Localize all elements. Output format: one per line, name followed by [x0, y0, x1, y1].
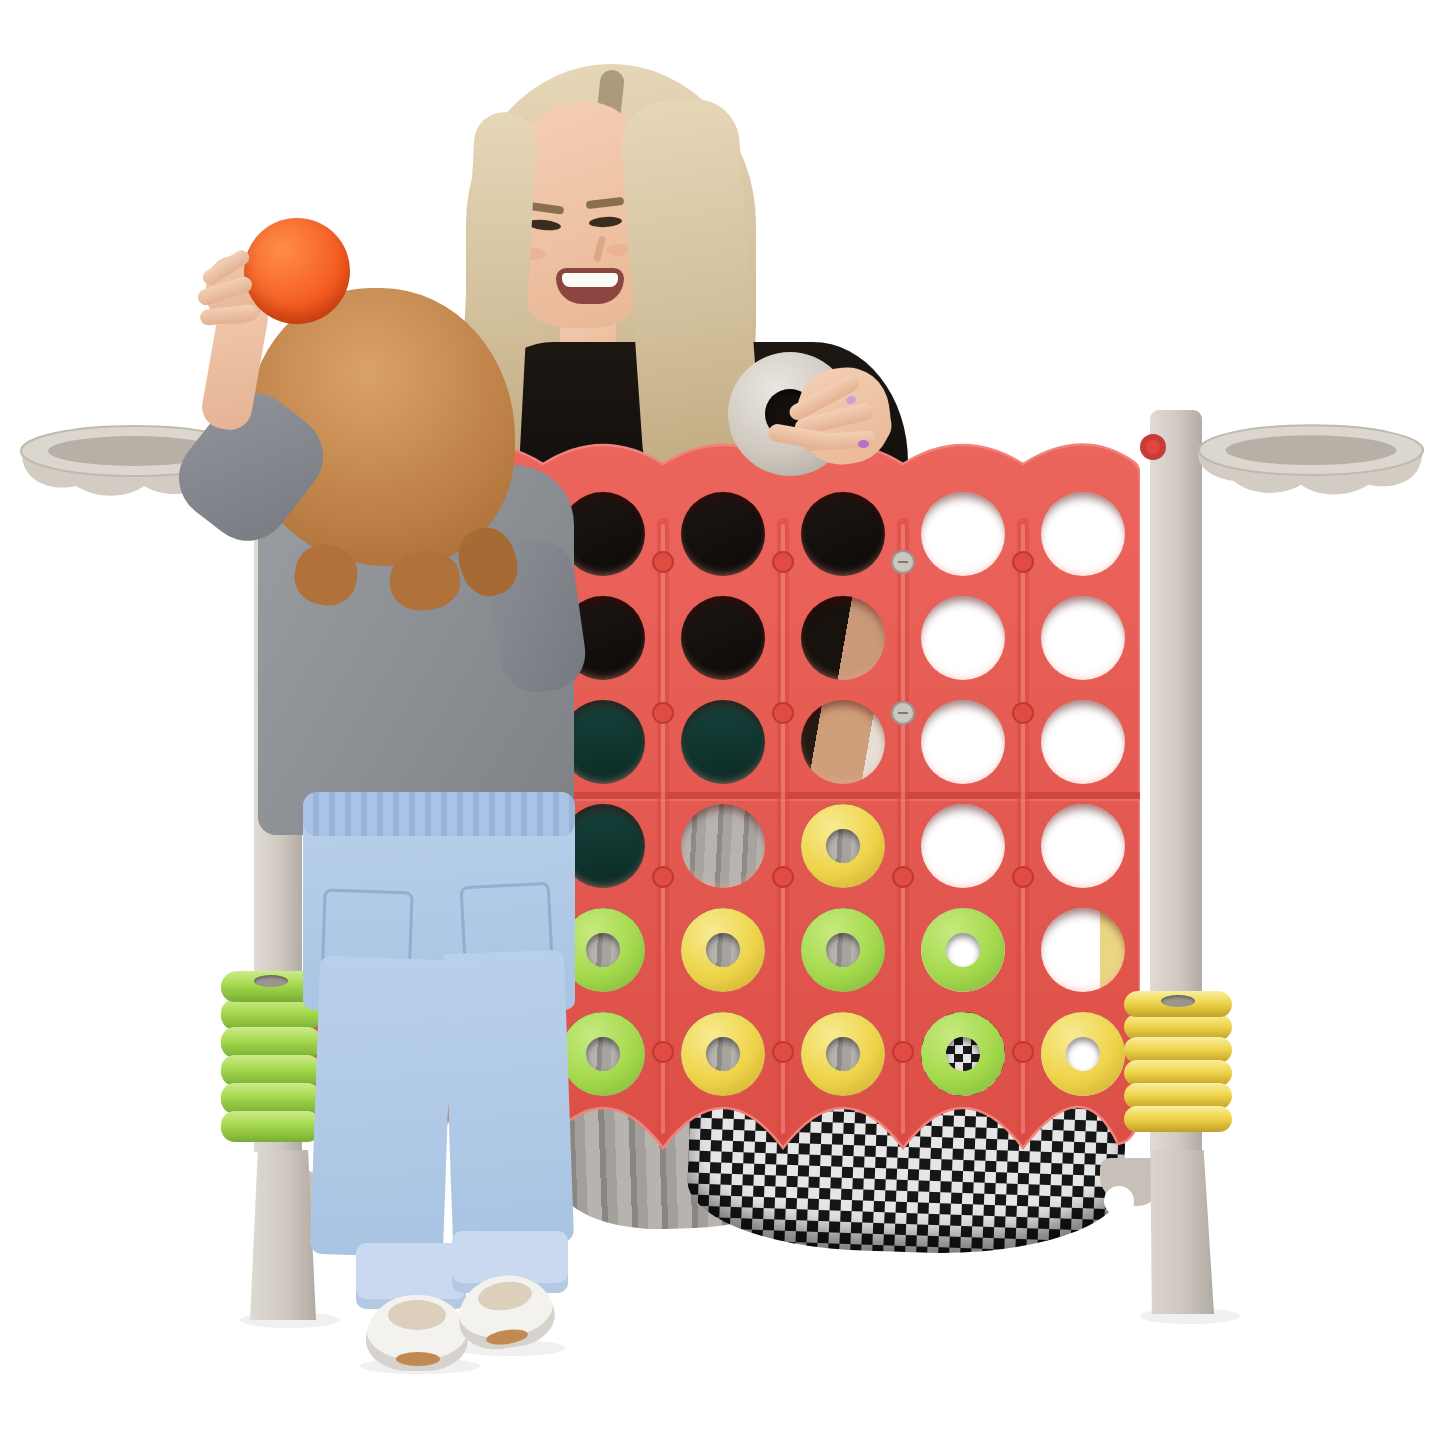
hole	[681, 1012, 765, 1096]
hole	[1041, 700, 1125, 784]
board-cell-r4c4	[663, 794, 783, 898]
hole	[801, 700, 885, 784]
hole	[801, 804, 885, 888]
hole	[1041, 804, 1125, 888]
tray-bowl	[1226, 435, 1397, 465]
ring-hole	[826, 1037, 860, 1071]
stacked-green-ring	[221, 1055, 321, 1086]
board-cell-r6c6	[903, 1002, 1023, 1106]
ring-hole	[706, 1037, 740, 1071]
ring-green	[921, 1012, 1005, 1096]
board-cell-r5c5	[783, 898, 903, 1002]
stack-top-hole	[1161, 995, 1195, 1007]
hole	[1041, 1012, 1125, 1096]
board-cell-r1c6	[903, 482, 1023, 586]
hole	[801, 908, 885, 992]
ring-yellow	[681, 1012, 765, 1096]
hole	[561, 1012, 645, 1096]
right-post-knob	[1140, 434, 1166, 460]
board-cell-r2c7	[1023, 586, 1143, 690]
child-sneaker-left-heel-tab	[388, 1300, 446, 1330]
hole	[1041, 908, 1125, 992]
board-cell-r5c4	[663, 898, 783, 1002]
board-cell-r4c6	[903, 794, 1023, 898]
board-cell-r6c4	[663, 1002, 783, 1106]
stacked-yellow-ring	[1124, 991, 1232, 1017]
ring-hole	[826, 829, 860, 863]
ring-hole	[946, 1037, 980, 1071]
ring-yellow	[681, 908, 765, 992]
board-cell-r3c6	[903, 690, 1023, 794]
hole	[681, 700, 765, 784]
hole	[681, 492, 765, 576]
right-post-foot	[1140, 1150, 1214, 1314]
woman-teeth	[562, 273, 618, 287]
hole	[921, 700, 1005, 784]
ring-yellow	[801, 804, 885, 888]
child-jeans-waistband	[303, 792, 575, 836]
board-cell-r2c6	[903, 586, 1023, 690]
right-post-hook-gap	[1104, 1186, 1134, 1216]
ring-hole	[826, 933, 860, 967]
board-cell-r2c4	[663, 586, 783, 690]
hole	[921, 804, 1005, 888]
ring-hole	[586, 933, 620, 967]
hole	[1041, 596, 1125, 680]
board-cell-r5c6	[903, 898, 1023, 1002]
hole	[801, 492, 885, 576]
board-cell-r4c7	[1023, 794, 1143, 898]
board-cell-r2c5	[783, 586, 903, 690]
board-cell-r4c5	[783, 794, 903, 898]
board-cell-r1c5	[783, 482, 903, 586]
ring-yellow	[1041, 1012, 1125, 1096]
ring-yellow	[801, 1012, 885, 1096]
ring-hole	[1066, 1037, 1100, 1071]
stacked-green-ring	[221, 1111, 321, 1142]
ring-hole	[706, 933, 740, 967]
ring-hole	[586, 1037, 620, 1071]
ring-hole	[946, 933, 980, 967]
right-cup-holder-tray	[1190, 422, 1430, 516]
ring-green	[561, 1012, 645, 1096]
child-jeans-right-leg	[443, 950, 574, 1246]
stacked-green-ring	[221, 1027, 321, 1058]
hole	[921, 596, 1005, 680]
board-cell-r6c5	[783, 1002, 903, 1106]
right-yellow-ring-stack	[1124, 994, 1232, 1132]
ring-green	[801, 908, 885, 992]
board-cell-r1c4	[663, 482, 783, 586]
hole	[681, 908, 765, 992]
child-sneaker-left-gum-sole	[396, 1352, 440, 1366]
left-post-foot	[250, 1150, 316, 1320]
scene	[0, 0, 1445, 1445]
board-cell-r3c5	[783, 690, 903, 794]
stacked-green-ring	[221, 1083, 321, 1114]
board-cell-r1c7	[1023, 482, 1143, 586]
board-cell-r3c4	[663, 690, 783, 794]
hole	[801, 1012, 885, 1096]
hole	[921, 492, 1005, 576]
hole	[1041, 492, 1125, 576]
orange-ball	[244, 218, 350, 324]
board-cell-r3c7	[1023, 690, 1143, 794]
hole	[921, 1012, 1005, 1096]
stack-top-hole	[254, 975, 288, 987]
woman-blush-right	[606, 244, 628, 256]
hole	[921, 908, 1005, 992]
board-cell-r5c7	[1023, 898, 1143, 1002]
hole	[681, 804, 765, 888]
child-jeans-left-leg	[310, 956, 453, 1258]
ring-green	[921, 908, 1005, 992]
hole	[681, 596, 765, 680]
woman-nail-purple-2	[858, 440, 869, 448]
hole	[801, 596, 885, 680]
stacked-yellow-ring	[1124, 1106, 1232, 1132]
